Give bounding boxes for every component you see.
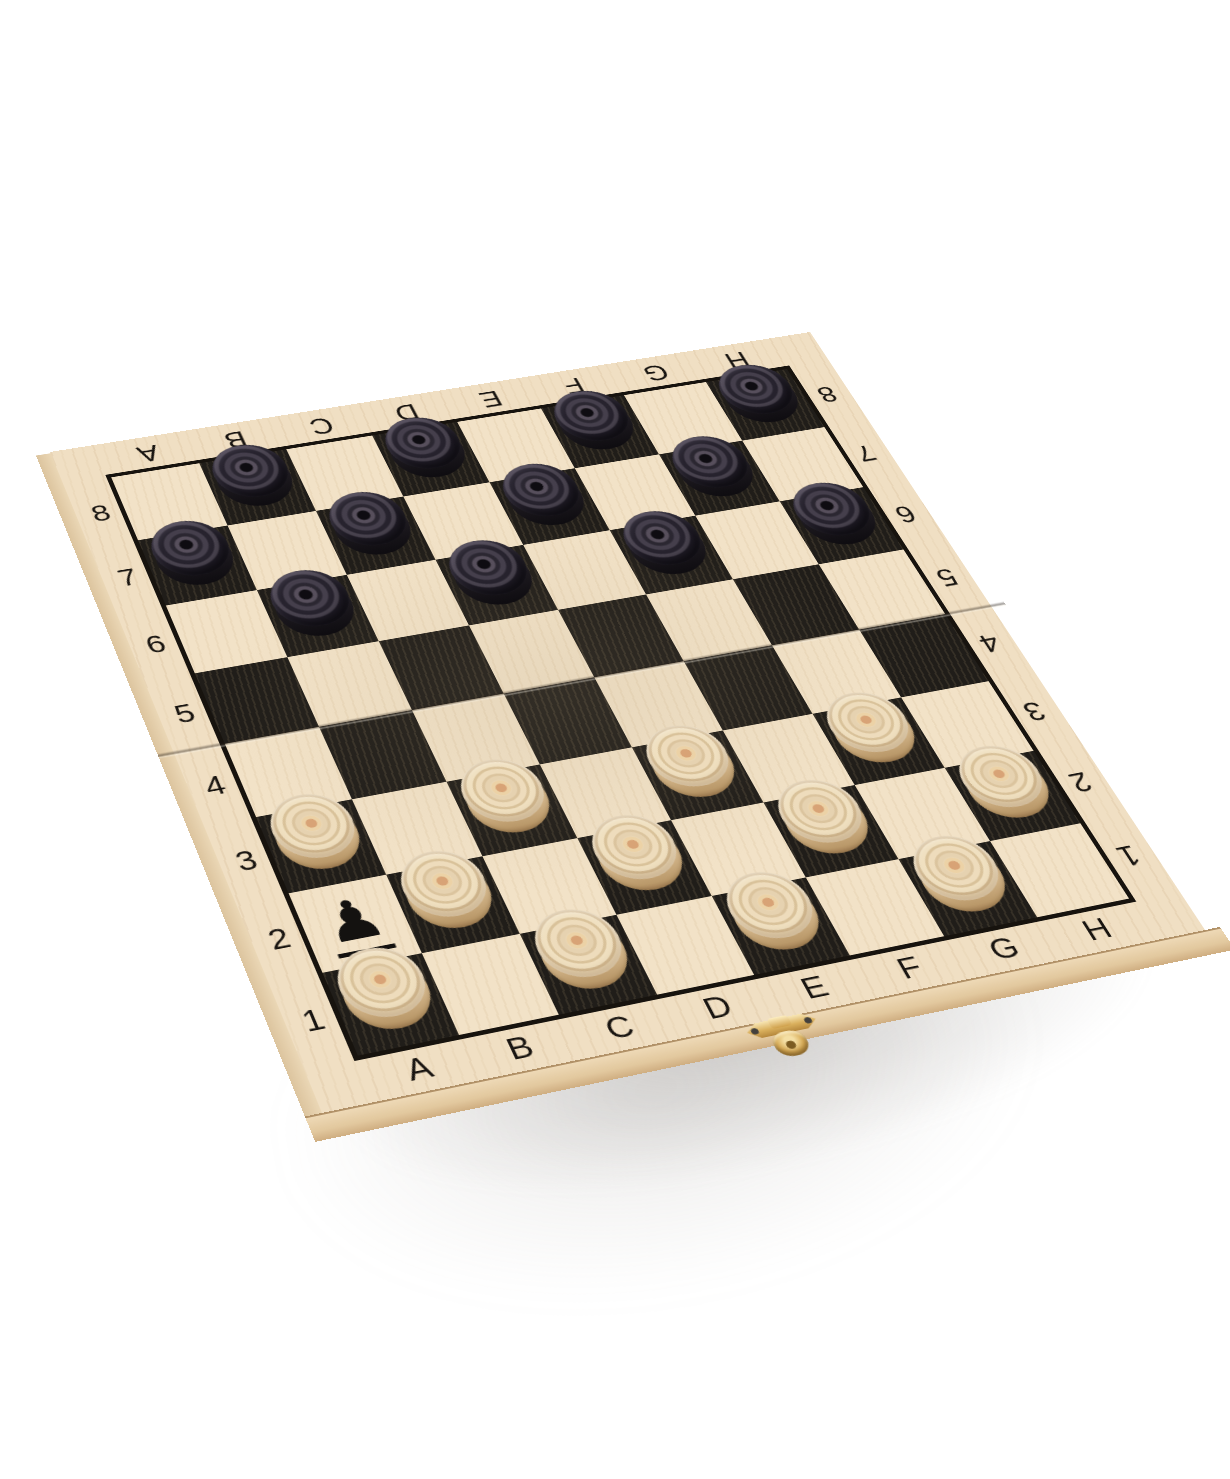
- product-photo-scene: AABBCCDDEEFFGGHH8877665544332211 ♟: [0, 0, 1230, 1479]
